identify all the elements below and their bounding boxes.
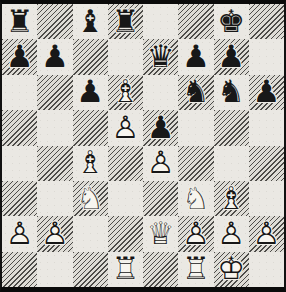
square-d1[interactable]: ♜♖ [108,252,143,287]
square-c7[interactable] [73,39,108,74]
white-pawn: ♟♙ [2,216,37,251]
black-pawn-glyph: ♟ [73,75,108,110]
white-bishop: ♝♗ [73,146,108,181]
black-pawn: ♟ [143,110,178,145]
white-queen: ♛♕ [143,216,178,251]
white-pawn-outline: ♙ [178,216,213,251]
square-f7[interactable]: ♟ [178,39,213,74]
square-c1[interactable] [73,252,108,287]
black-pawn: ♟ [37,39,72,74]
square-d6[interactable]: ♝♗ [108,75,143,110]
square-a8[interactable]: ♜ [2,4,37,39]
white-knight: ♞♘ [73,181,108,216]
square-g8[interactable]: ♚ [214,4,249,39]
square-a4[interactable] [2,146,37,181]
black-queen: ♛ [143,39,178,74]
black-pawn-glyph: ♟ [214,39,249,74]
square-h1[interactable] [249,252,284,287]
square-g2[interactable]: ♟♙ [214,216,249,251]
square-e6[interactable] [143,75,178,110]
square-e5[interactable]: ♟ [143,110,178,145]
white-pawn: ♟♙ [214,216,249,251]
white-rook: ♜♖ [178,252,213,287]
square-a3[interactable] [2,181,37,216]
square-h4[interactable] [249,146,284,181]
square-b2[interactable]: ♟♙ [37,216,72,251]
square-g5[interactable] [214,110,249,145]
square-c6[interactable]: ♟ [73,75,108,110]
white-rook-outline: ♖ [108,252,143,287]
white-king-outline: ♔ [214,252,249,287]
white-king: ♚♔ [214,252,249,287]
square-h5[interactable] [249,110,284,145]
white-knight-outline: ♘ [73,181,108,216]
white-queen-outline: ♕ [143,216,178,251]
black-pawn: ♟ [214,39,249,74]
square-e4[interactable]: ♟♙ [143,146,178,181]
black-pawn-glyph: ♟ [37,39,72,74]
black-rook-glyph: ♜ [2,4,37,39]
square-a2[interactable]: ♟♙ [2,216,37,251]
square-d4[interactable] [108,146,143,181]
chess-board: ♜♝♜♚♟♟♛♟♟♟♝♗♞♞♟♟♙♟♝♗♟♙♞♘♞♘♝♗♟♙♟♙♛♕♟♙♟♙♟♙… [2,4,284,287]
square-g6[interactable]: ♞ [214,75,249,110]
black-king: ♚ [214,4,249,39]
black-rook: ♜ [108,4,143,39]
square-c5[interactable] [73,110,108,145]
white-pawn: ♟♙ [37,216,72,251]
black-pawn-glyph: ♟ [249,75,284,110]
square-b3[interactable] [37,181,72,216]
square-g7[interactable]: ♟ [214,39,249,74]
black-knight-glyph: ♞ [214,75,249,110]
square-g1[interactable]: ♚♔ [214,252,249,287]
white-pawn: ♟♙ [178,216,213,251]
black-rook-glyph: ♜ [108,4,143,39]
square-d2[interactable] [108,216,143,251]
black-pawn-glyph: ♟ [178,39,213,74]
white-bishop-outline: ♗ [108,75,143,110]
square-e7[interactable]: ♛ [143,39,178,74]
square-d5[interactable]: ♟♙ [108,110,143,145]
square-b5[interactable] [37,110,72,145]
white-pawn-outline: ♙ [214,216,249,251]
square-b7[interactable]: ♟ [37,39,72,74]
square-f1[interactable]: ♜♖ [178,252,213,287]
black-pawn: ♟ [178,39,213,74]
white-bishop-outline: ♗ [214,181,249,216]
square-f2[interactable]: ♟♙ [178,216,213,251]
square-e2[interactable]: ♛♕ [143,216,178,251]
black-pawn-glyph: ♟ [143,110,178,145]
square-a6[interactable] [2,75,37,110]
white-pawn-outline: ♙ [37,216,72,251]
square-a1[interactable] [2,252,37,287]
black-king-glyph: ♚ [214,4,249,39]
square-h2[interactable]: ♟♙ [249,216,284,251]
black-pawn: ♟ [73,75,108,110]
square-f3[interactable]: ♞♘ [178,181,213,216]
black-bishop: ♝ [73,4,108,39]
white-pawn-outline: ♙ [2,216,37,251]
white-knight-outline: ♘ [178,181,213,216]
square-c8[interactable]: ♝ [73,4,108,39]
white-pawn: ♟♙ [108,110,143,145]
white-bishop: ♝♗ [108,75,143,110]
black-pawn: ♟ [249,75,284,110]
white-pawn: ♟♙ [249,216,284,251]
white-pawn: ♟♙ [143,146,178,181]
square-a5[interactable] [2,110,37,145]
black-rook: ♜ [2,4,37,39]
square-e1[interactable] [143,252,178,287]
square-h6[interactable]: ♟ [249,75,284,110]
square-g4[interactable] [214,146,249,181]
white-rook-outline: ♖ [178,252,213,287]
square-e8[interactable] [143,4,178,39]
white-bishop: ♝♗ [214,181,249,216]
square-b1[interactable] [37,252,72,287]
square-d8[interactable]: ♜ [108,4,143,39]
square-g3[interactable]: ♝♗ [214,181,249,216]
square-b4[interactable] [37,146,72,181]
square-f6[interactable]: ♞ [178,75,213,110]
square-e3[interactable] [143,181,178,216]
black-knight: ♞ [214,75,249,110]
square-c3[interactable]: ♞♘ [73,181,108,216]
square-d7[interactable] [108,39,143,74]
square-c2[interactable] [73,216,108,251]
black-pawn: ♟ [2,39,37,74]
black-pawn-glyph: ♟ [2,39,37,74]
white-knight: ♞♘ [178,181,213,216]
black-knight: ♞ [178,75,213,110]
white-pawn-outline: ♙ [249,216,284,251]
square-c4[interactable]: ♝♗ [73,146,108,181]
square-f8[interactable] [178,4,213,39]
square-h7[interactable] [249,39,284,74]
square-b8[interactable] [37,4,72,39]
white-pawn-outline: ♙ [143,146,178,181]
square-h3[interactable] [249,181,284,216]
square-d3[interactable] [108,181,143,216]
square-f4[interactable] [178,146,213,181]
black-queen-glyph: ♛ [143,39,178,74]
white-pawn-outline: ♙ [108,110,143,145]
square-b6[interactable] [37,75,72,110]
black-knight-glyph: ♞ [178,75,213,110]
square-a7[interactable]: ♟ [2,39,37,74]
white-rook: ♜♖ [108,252,143,287]
square-f5[interactable] [178,110,213,145]
board-frame: ♜♝♜♚♟♟♛♟♟♟♝♗♞♞♟♟♙♟♝♗♟♙♞♘♞♘♝♗♟♙♟♙♛♕♟♙♟♙♟♙… [0,0,286,292]
square-h8[interactable] [249,4,284,39]
black-bishop-glyph: ♝ [73,4,108,39]
white-bishop-outline: ♗ [73,146,108,181]
